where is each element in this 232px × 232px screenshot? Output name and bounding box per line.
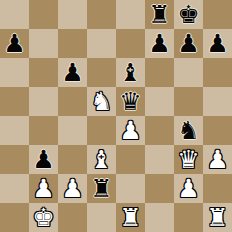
square-d5[interactable]: ♞ <box>87 87 116 116</box>
square-c1[interactable] <box>58 203 87 232</box>
piece-black-pawn[interactable]: ♟ <box>0 29 29 58</box>
square-e7[interactable] <box>116 29 145 58</box>
square-f1[interactable] <box>145 203 174 232</box>
square-d2[interactable]: ♜ <box>87 174 116 203</box>
square-f3[interactable] <box>145 145 174 174</box>
square-g4[interactable]: ♞ <box>174 116 203 145</box>
piece-white-rook[interactable]: ♜ <box>116 203 145 232</box>
piece-black-pawn[interactable]: ♟ <box>58 58 87 87</box>
square-e6[interactable]: ♝ <box>116 58 145 87</box>
square-a7[interactable]: ♟ <box>0 29 29 58</box>
square-f2[interactable] <box>145 174 174 203</box>
square-b1[interactable]: ♚ <box>29 203 58 232</box>
square-g7[interactable]: ♟ <box>174 29 203 58</box>
square-c4[interactable] <box>58 116 87 145</box>
square-a6[interactable] <box>0 58 29 87</box>
square-g8[interactable]: ♚ <box>174 0 203 29</box>
square-c8[interactable] <box>58 0 87 29</box>
square-e2[interactable] <box>116 174 145 203</box>
square-a2[interactable] <box>0 174 29 203</box>
square-g2[interactable]: ♟ <box>174 174 203 203</box>
square-d6[interactable] <box>87 58 116 87</box>
square-h3[interactable]: ♟ <box>203 145 232 174</box>
piece-black-knight[interactable]: ♞ <box>174 116 203 145</box>
chess-board: ♜♚♟♟♟♟♟♝♞♛♟♞♟♝♛♟♟♟♜♟♚♜♜ <box>0 0 232 232</box>
square-d4[interactable] <box>87 116 116 145</box>
square-d1[interactable] <box>87 203 116 232</box>
square-f5[interactable] <box>145 87 174 116</box>
square-a5[interactable] <box>0 87 29 116</box>
piece-black-pawn[interactable]: ♟ <box>29 145 58 174</box>
square-b5[interactable] <box>29 87 58 116</box>
square-d3[interactable]: ♝ <box>87 145 116 174</box>
square-b6[interactable] <box>29 58 58 87</box>
piece-white-knight[interactable]: ♞ <box>87 87 116 116</box>
square-b7[interactable] <box>29 29 58 58</box>
square-d8[interactable] <box>87 0 116 29</box>
piece-white-pawn[interactable]: ♟ <box>116 116 145 145</box>
square-c5[interactable] <box>58 87 87 116</box>
piece-black-pawn[interactable]: ♟ <box>203 29 232 58</box>
square-g5[interactable] <box>174 87 203 116</box>
square-e1[interactable]: ♜ <box>116 203 145 232</box>
piece-white-king[interactable]: ♚ <box>29 203 58 232</box>
square-a8[interactable] <box>0 0 29 29</box>
square-e3[interactable] <box>116 145 145 174</box>
piece-white-pawn[interactable]: ♟ <box>203 145 232 174</box>
square-h2[interactable] <box>203 174 232 203</box>
piece-black-queen[interactable]: ♛ <box>116 87 145 116</box>
square-b4[interactable] <box>29 116 58 145</box>
piece-white-queen[interactable]: ♛ <box>174 145 203 174</box>
square-a1[interactable] <box>0 203 29 232</box>
piece-black-pawn[interactable]: ♟ <box>174 29 203 58</box>
square-c6[interactable]: ♟ <box>58 58 87 87</box>
square-g3[interactable]: ♛ <box>174 145 203 174</box>
piece-white-rook[interactable]: ♜ <box>203 203 232 232</box>
piece-black-king[interactable]: ♚ <box>174 0 203 29</box>
piece-black-pawn[interactable]: ♟ <box>145 29 174 58</box>
square-c2[interactable]: ♟ <box>58 174 87 203</box>
square-h7[interactable]: ♟ <box>203 29 232 58</box>
piece-white-pawn[interactable]: ♟ <box>58 174 87 203</box>
square-h1[interactable]: ♜ <box>203 203 232 232</box>
square-b3[interactable]: ♟ <box>29 145 58 174</box>
square-c7[interactable] <box>58 29 87 58</box>
square-e8[interactable] <box>116 0 145 29</box>
square-f4[interactable] <box>145 116 174 145</box>
piece-white-pawn[interactable]: ♟ <box>29 174 58 203</box>
square-e4[interactable]: ♟ <box>116 116 145 145</box>
piece-black-bishop[interactable]: ♝ <box>116 58 145 87</box>
piece-black-rook[interactable]: ♜ <box>145 0 174 29</box>
square-b2[interactable]: ♟ <box>29 174 58 203</box>
square-b8[interactable] <box>29 0 58 29</box>
square-d7[interactable] <box>87 29 116 58</box>
square-f6[interactable] <box>145 58 174 87</box>
square-g6[interactable] <box>174 58 203 87</box>
square-e5[interactable]: ♛ <box>116 87 145 116</box>
square-a4[interactable] <box>0 116 29 145</box>
square-h8[interactable] <box>203 0 232 29</box>
square-c3[interactable] <box>58 145 87 174</box>
square-h5[interactable] <box>203 87 232 116</box>
square-a3[interactable] <box>0 145 29 174</box>
piece-black-rook[interactable]: ♜ <box>87 174 116 203</box>
square-h4[interactable] <box>203 116 232 145</box>
square-f8[interactable]: ♜ <box>145 0 174 29</box>
square-f7[interactable]: ♟ <box>145 29 174 58</box>
piece-white-pawn[interactable]: ♟ <box>174 174 203 203</box>
square-g1[interactable] <box>174 203 203 232</box>
square-h6[interactable] <box>203 58 232 87</box>
piece-white-bishop[interactable]: ♝ <box>87 145 116 174</box>
